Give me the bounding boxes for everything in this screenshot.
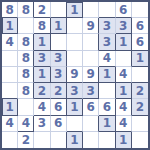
cell-r7c5[interactable]: 1 <box>67 99 83 115</box>
cell-r3c4[interactable] <box>51 34 67 50</box>
cell-r1c6[interactable] <box>83 2 99 18</box>
cell-r2c2[interactable] <box>18 18 34 34</box>
cell-r2c1[interactable]: 1 <box>2 18 18 34</box>
cell-r1c5[interactable]: 1 <box>67 2 83 18</box>
cell-r6c4[interactable]: 2 <box>51 83 67 99</box>
cell-r6c2[interactable]: 8 <box>18 83 34 99</box>
cell-r5c4[interactable]: 3 <box>51 67 67 83</box>
cell-r1c1[interactable]: 8 <box>2 2 18 18</box>
cell-r8c5[interactable] <box>67 116 83 132</box>
cell-r2c6[interactable]: 9 <box>83 18 99 34</box>
cell-r6c9[interactable]: 2 <box>132 83 148 99</box>
cell-r1c7[interactable] <box>99 2 115 18</box>
cell-r7c6[interactable]: 6 <box>83 99 99 115</box>
cell-r1c9[interactable] <box>132 2 148 18</box>
cell-r5c6[interactable]: 9 <box>83 67 99 83</box>
cell-r3c7[interactable]: 3 <box>99 34 115 50</box>
cell-r2c5[interactable] <box>67 18 83 34</box>
cell-r5c5[interactable]: 9 <box>67 67 83 83</box>
cell-r1c3[interactable]: 2 <box>34 2 50 18</box>
cell-r8c4[interactable]: 6 <box>51 116 67 132</box>
cell-r3c1[interactable]: 4 <box>2 34 18 50</box>
cell-r2c8[interactable]: 3 <box>116 18 132 34</box>
cell-r9c5[interactable]: 1 <box>67 132 83 148</box>
cell-r2c9[interactable]: 6 <box>132 18 148 34</box>
cell-r7c7[interactable]: 6 <box>99 99 115 115</box>
cell-r9c6[interactable] <box>83 132 99 148</box>
fillomino-board: 8821618193364813168334181399148223312146… <box>0 0 150 150</box>
cell-r9c4[interactable] <box>51 132 67 148</box>
cell-r7c3[interactable]: 4 <box>34 99 50 115</box>
cell-r6c6[interactable]: 3 <box>83 83 99 99</box>
cell-r1c4[interactable] <box>51 2 67 18</box>
cell-r1c8[interactable]: 6 <box>116 2 132 18</box>
cell-r4c7[interactable]: 4 <box>99 51 115 67</box>
cell-r6c8[interactable]: 1 <box>116 83 132 99</box>
cell-r2c7[interactable]: 3 <box>99 18 115 34</box>
cell-r3c9[interactable]: 6 <box>132 34 148 50</box>
cell-r3c6[interactable] <box>83 34 99 50</box>
cell-r7c9[interactable]: 2 <box>132 99 148 115</box>
cell-r4c5[interactable] <box>67 51 83 67</box>
cell-r5c8[interactable]: 4 <box>116 67 132 83</box>
cell-r8c3[interactable]: 3 <box>34 116 50 132</box>
cell-r2c3[interactable]: 8 <box>34 18 50 34</box>
cell-r7c8[interactable]: 4 <box>116 99 132 115</box>
cell-r8c1[interactable]: 4 <box>2 116 18 132</box>
cell-r6c5[interactable]: 3 <box>67 83 83 99</box>
cell-r7c2[interactable] <box>18 99 34 115</box>
cell-r6c3[interactable]: 2 <box>34 83 50 99</box>
cell-r5c9[interactable] <box>132 67 148 83</box>
cell-r9c9[interactable] <box>132 132 148 148</box>
cell-r5c7[interactable]: 1 <box>99 67 115 83</box>
cell-r2c4[interactable]: 1 <box>51 18 67 34</box>
cell-r7c1[interactable]: 1 <box>2 99 18 115</box>
cell-r8c7[interactable]: 1 <box>99 116 115 132</box>
cell-r4c6[interactable] <box>83 51 99 67</box>
cell-r4c3[interactable]: 3 <box>34 51 50 67</box>
cell-r8c6[interactable] <box>83 116 99 132</box>
cell-r4c1[interactable] <box>2 51 18 67</box>
cell-r9c2[interactable]: 2 <box>18 132 34 148</box>
cell-r6c7[interactable] <box>99 83 115 99</box>
cell-r3c5[interactable] <box>67 34 83 50</box>
cell-r1c2[interactable]: 8 <box>18 2 34 18</box>
cell-r4c4[interactable]: 3 <box>51 51 67 67</box>
cell-r4c9[interactable]: 1 <box>132 51 148 67</box>
cell-r6c1[interactable] <box>2 83 18 99</box>
cell-r3c8[interactable]: 1 <box>116 34 132 50</box>
cell-r3c2[interactable]: 8 <box>18 34 34 50</box>
cell-r9c1[interactable] <box>2 132 18 148</box>
cell-r4c2[interactable]: 8 <box>18 51 34 67</box>
cell-r3c3[interactable]: 1 <box>34 34 50 50</box>
cell-r5c3[interactable]: 1 <box>34 67 50 83</box>
cell-r9c8[interactable]: 1 <box>116 132 132 148</box>
cell-r4c8[interactable] <box>116 51 132 67</box>
cell-r7c4[interactable]: 6 <box>51 99 67 115</box>
cell-r5c2[interactable]: 8 <box>18 67 34 83</box>
cell-r8c9[interactable] <box>132 116 148 132</box>
cell-r5c1[interactable] <box>2 67 18 83</box>
cell-r8c2[interactable]: 4 <box>18 116 34 132</box>
cell-r9c7[interactable] <box>99 132 115 148</box>
cell-r9c3[interactable] <box>34 132 50 148</box>
cell-r8c8[interactable]: 4 <box>116 116 132 132</box>
